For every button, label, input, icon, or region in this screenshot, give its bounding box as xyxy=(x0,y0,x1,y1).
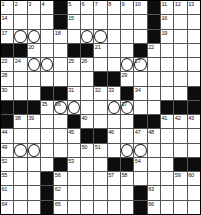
cell-0-10[interactable]: 10 xyxy=(134,1,146,14)
crossword-page: 1234567891011121314151617181920212223242… xyxy=(0,0,201,215)
cell-8-6[interactable]: 40 xyxy=(81,115,93,128)
clue-number: 30 xyxy=(2,87,8,93)
black-cell-11-13 xyxy=(174,158,186,171)
cell-5-5[interactable] xyxy=(68,72,80,85)
cell-7-11[interactable] xyxy=(148,101,160,114)
cell-1-8[interactable] xyxy=(108,15,120,28)
cell-1-9[interactable] xyxy=(121,15,133,28)
cell-14-12[interactable] xyxy=(161,201,173,214)
black-cell-9-7 xyxy=(94,129,106,142)
cell-13-8[interactable] xyxy=(108,186,120,199)
clue-number: 54 xyxy=(135,158,141,164)
clue-number: 12 xyxy=(175,1,181,7)
cell-14-1[interactable] xyxy=(14,201,26,214)
cell-6-1[interactable] xyxy=(14,87,26,100)
cell-11-5[interactable]: 53 xyxy=(68,158,80,171)
black-cell-7-2 xyxy=(28,101,40,114)
clue-number: 58 xyxy=(121,172,127,178)
cell-13-0[interactable]: 61 xyxy=(1,186,13,199)
cell-1-2[interactable] xyxy=(28,15,40,28)
clue-number: 48 xyxy=(148,129,154,135)
black-cell-6-4 xyxy=(54,87,66,100)
black-cell-3-6 xyxy=(81,44,93,57)
cell-0-9[interactable]: 9 xyxy=(121,1,133,14)
cell-12-11[interactable] xyxy=(148,172,160,185)
cell-2-12[interactable]: 19 xyxy=(161,30,173,43)
cell-5-13[interactable] xyxy=(174,72,186,85)
clue-number: 24 xyxy=(15,58,21,64)
cell-3-8[interactable] xyxy=(108,44,120,57)
cell-8-2[interactable]: 39 xyxy=(28,115,40,128)
cell-14-0[interactable]: 64 xyxy=(1,201,13,214)
cell-3-12[interactable] xyxy=(161,44,173,57)
clue-number: 47 xyxy=(135,129,141,135)
clue-number: 41 xyxy=(161,115,167,121)
circle-marker xyxy=(134,58,146,71)
cell-13-2[interactable] xyxy=(28,186,40,199)
black-cell-11-9 xyxy=(121,158,133,171)
cell-12-1[interactable] xyxy=(14,172,26,185)
circle-marker xyxy=(28,30,40,43)
cell-13-1[interactable] xyxy=(14,186,26,199)
cell-3-13[interactable] xyxy=(174,44,186,57)
cell-8-1[interactable]: 38 xyxy=(14,115,26,128)
cell-10-2[interactable] xyxy=(28,144,40,157)
clue-number: 35 xyxy=(41,101,47,107)
cell-9-14[interactable] xyxy=(188,129,200,142)
cell-1-0[interactable]: 14 xyxy=(1,15,13,28)
cell-9-3[interactable] xyxy=(41,129,53,142)
cell-10-4[interactable] xyxy=(54,144,66,157)
cell-1-6[interactable] xyxy=(81,15,93,28)
cell-13-9[interactable] xyxy=(121,186,133,199)
clue-number: 13 xyxy=(188,1,194,7)
cell-0-8[interactable]: 8 xyxy=(108,1,120,14)
cell-5-4[interactable] xyxy=(54,72,66,85)
cell-14-13[interactable] xyxy=(174,201,186,214)
cell-6-6[interactable] xyxy=(81,87,93,100)
circle-marker xyxy=(54,101,66,114)
cell-12-13[interactable]: 59 xyxy=(174,172,186,185)
cell-2-14[interactable] xyxy=(188,30,200,43)
cell-4-11[interactable] xyxy=(148,58,160,71)
clue-number: 55 xyxy=(2,172,8,178)
black-cell-5-8 xyxy=(108,72,120,85)
clue-number: 9 xyxy=(121,1,124,7)
cell-9-2[interactable] xyxy=(28,129,40,142)
clue-number: 38 xyxy=(15,115,21,121)
cell-5-14[interactable] xyxy=(188,72,200,85)
cell-0-12[interactable]: 11 xyxy=(161,1,173,14)
cell-12-9[interactable]: 58 xyxy=(121,172,133,185)
cell-3-14[interactable] xyxy=(188,44,200,57)
clue-number: 23 xyxy=(2,58,8,64)
cell-5-0[interactable]: 28 xyxy=(1,72,13,85)
cell-11-1[interactable] xyxy=(14,158,26,171)
cell-2-9[interactable] xyxy=(121,30,133,43)
black-cell-9-6 xyxy=(81,129,93,142)
cell-3-2[interactable]: 20 xyxy=(28,44,40,57)
clue-number: 57 xyxy=(108,172,114,178)
cell-14-2[interactable] xyxy=(28,201,40,214)
cell-0-5[interactable]: 5 xyxy=(68,1,80,14)
cell-13-6[interactable] xyxy=(81,186,93,199)
black-cell-7-13 xyxy=(174,101,186,114)
cell-2-1[interactable] xyxy=(14,30,26,43)
cell-5-10[interactable] xyxy=(134,72,146,85)
cell-4-14[interactable] xyxy=(188,58,200,71)
clue-number: 4 xyxy=(41,1,44,7)
cell-14-5[interactable] xyxy=(68,201,80,214)
cell-6-8[interactable]: 33 xyxy=(108,87,120,100)
cell-14-11[interactable]: 66 xyxy=(148,201,160,214)
cell-10-6[interactable]: 50 xyxy=(81,144,93,157)
black-cell-0-4 xyxy=(54,1,66,14)
cell-13-12[interactable] xyxy=(161,186,173,199)
cell-0-14[interactable]: 13 xyxy=(188,1,200,14)
cell-4-1[interactable]: 24 xyxy=(14,58,26,71)
cell-7-7[interactable] xyxy=(94,101,106,114)
cell-12-4[interactable]: 56 xyxy=(54,172,66,185)
clue-number: 42 xyxy=(175,115,181,121)
cell-10-10[interactable] xyxy=(134,144,146,157)
circle-marker xyxy=(68,101,80,114)
clue-number: 66 xyxy=(148,201,154,207)
cell-9-8[interactable]: 46 xyxy=(108,129,120,142)
cell-5-1[interactable] xyxy=(14,72,26,85)
clue-number: 46 xyxy=(108,129,114,135)
cell-12-0[interactable]: 55 xyxy=(1,172,13,185)
black-cell-8-5 xyxy=(68,115,80,128)
cell-8-4[interactable] xyxy=(54,115,66,128)
clue-number: 17 xyxy=(2,30,8,36)
cell-10-3[interactable] xyxy=(41,144,53,157)
cell-4-2[interactable] xyxy=(28,58,40,71)
cell-7-3[interactable]: 35 xyxy=(41,101,53,114)
circle-marker xyxy=(28,144,40,157)
clue-number: 31 xyxy=(68,87,74,93)
cell-9-11[interactable]: 48 xyxy=(148,129,160,142)
cell-4-12[interactable] xyxy=(161,58,173,71)
cell-9-5[interactable]: 45 xyxy=(68,129,80,142)
cell-9-4[interactable] xyxy=(54,129,66,142)
cell-8-14[interactable]: 43 xyxy=(188,115,200,128)
cell-14-9[interactable] xyxy=(121,201,133,214)
cell-10-9[interactable] xyxy=(121,144,133,157)
black-cell-6-14 xyxy=(188,87,200,100)
cell-9-9[interactable] xyxy=(121,129,133,142)
cell-1-3[interactable] xyxy=(41,15,53,28)
cell-11-2[interactable] xyxy=(28,158,40,171)
clue-number: 63 xyxy=(148,186,154,192)
clue-number: 61 xyxy=(2,186,8,192)
cell-9-12[interactable] xyxy=(161,129,173,142)
cell-1-5[interactable]: 15 xyxy=(68,15,80,28)
cell-6-13[interactable] xyxy=(174,87,186,100)
clue-number: 64 xyxy=(2,201,8,207)
cell-12-14[interactable]: 60 xyxy=(188,172,200,185)
clue-number: 44 xyxy=(2,129,8,135)
black-cell-11-4 xyxy=(54,158,66,171)
clue-number: 50 xyxy=(81,144,87,150)
cell-0-2[interactable]: 3 xyxy=(28,1,40,14)
clue-number: 7 xyxy=(95,1,98,7)
clue-number: 29 xyxy=(121,72,127,78)
clue-number: 5 xyxy=(68,1,71,7)
black-cell-13-3 xyxy=(41,186,53,199)
cell-4-8[interactable] xyxy=(108,58,120,71)
cell-0-1[interactable]: 2 xyxy=(14,1,26,14)
clue-number: 10 xyxy=(135,1,141,7)
cell-3-9[interactable] xyxy=(121,44,133,57)
clue-number: 11 xyxy=(161,1,166,7)
cell-14-4[interactable]: 65 xyxy=(54,201,66,214)
black-cell-8-11 xyxy=(148,115,160,128)
cell-7-4[interactable]: 36 xyxy=(54,101,66,114)
cell-8-8[interactable] xyxy=(108,115,120,128)
black-cell-7-0 xyxy=(1,101,13,114)
cell-2-7[interactable] xyxy=(94,30,106,43)
black-cell-7-14 xyxy=(188,101,200,114)
circle-marker xyxy=(121,101,133,114)
cell-7-8[interactable] xyxy=(108,101,120,114)
cell-2-3[interactable] xyxy=(41,30,53,43)
cell-12-7[interactable] xyxy=(94,172,106,185)
cell-1-10[interactable] xyxy=(134,15,146,28)
cell-4-6[interactable]: 26 xyxy=(81,58,93,71)
cell-1-14[interactable] xyxy=(188,15,200,28)
black-cell-8-0 xyxy=(1,115,13,128)
cell-12-2[interactable] xyxy=(28,172,40,185)
cell-1-13[interactable] xyxy=(174,15,186,28)
clue-number: 15 xyxy=(68,15,74,21)
cell-12-5[interactable] xyxy=(68,172,80,185)
cell-3-7[interactable]: 21 xyxy=(94,44,106,57)
cell-13-4[interactable]: 62 xyxy=(54,186,66,199)
cell-6-12[interactable] xyxy=(161,87,173,100)
black-cell-6-9 xyxy=(121,87,133,100)
cell-14-7[interactable] xyxy=(94,201,106,214)
black-cell-1-4 xyxy=(54,15,66,28)
clue-number: 8 xyxy=(108,1,111,7)
cell-11-10[interactable]: 54 xyxy=(134,158,146,171)
clue-number: 26 xyxy=(81,58,87,64)
cell-5-11[interactable] xyxy=(148,72,160,85)
clue-number: 16 xyxy=(161,15,167,21)
cell-0-3[interactable]: 4 xyxy=(41,1,53,14)
cell-10-7[interactable]: 51 xyxy=(94,144,106,157)
cell-3-4[interactable] xyxy=(54,44,66,57)
clue-number: 18 xyxy=(55,30,61,36)
circle-marker xyxy=(108,101,120,114)
black-cell-11-14 xyxy=(188,158,200,171)
cell-11-0[interactable]: 52 xyxy=(1,158,13,171)
cell-8-12[interactable]: 41 xyxy=(161,115,173,128)
black-cell-2-11 xyxy=(148,30,160,43)
clue-number: 43 xyxy=(188,115,194,121)
cell-0-6[interactable]: 6 xyxy=(81,1,93,14)
cell-11-12[interactable] xyxy=(161,158,173,171)
cell-8-7[interactable] xyxy=(94,115,106,128)
cell-2-4[interactable]: 18 xyxy=(54,30,66,43)
clue-number: 56 xyxy=(55,172,61,178)
cell-2-10[interactable] xyxy=(134,30,146,43)
cell-9-1[interactable] xyxy=(14,129,26,142)
clue-number: 14 xyxy=(2,15,8,21)
cell-11-6[interactable] xyxy=(81,158,93,171)
cell-5-9[interactable]: 29 xyxy=(121,72,133,85)
clue-number: 28 xyxy=(2,72,8,78)
cell-13-5[interactable] xyxy=(68,186,80,199)
clue-number: 34 xyxy=(135,87,141,93)
black-cell-3-0 xyxy=(1,44,13,57)
cell-7-9[interactable]: 37 xyxy=(121,101,133,114)
cell-11-3[interactable] xyxy=(41,158,53,171)
clue-number: 40 xyxy=(81,115,87,121)
cell-6-2[interactable] xyxy=(28,87,40,100)
black-cell-5-7 xyxy=(94,72,106,85)
cell-2-5[interactable] xyxy=(68,30,80,43)
cell-11-11[interactable] xyxy=(148,158,160,171)
cell-9-10[interactable]: 47 xyxy=(134,129,146,142)
cell-9-13[interactable] xyxy=(174,129,186,142)
cell-2-8[interactable] xyxy=(108,30,120,43)
cell-10-5[interactable] xyxy=(68,144,80,157)
clue-number: 65 xyxy=(55,201,61,207)
circle-marker xyxy=(14,144,26,157)
black-cell-14-3 xyxy=(41,201,53,214)
black-cell-13-10 xyxy=(134,186,146,199)
cell-8-13[interactable]: 42 xyxy=(174,115,186,128)
cell-10-0[interactable]: 49 xyxy=(1,144,13,157)
circle-marker xyxy=(94,30,106,43)
black-cell-7-12 xyxy=(161,101,173,114)
cell-5-3[interactable] xyxy=(41,72,53,85)
cell-1-12[interactable]: 16 xyxy=(161,15,173,28)
clue-number: 45 xyxy=(68,129,74,135)
cell-1-7[interactable] xyxy=(94,15,106,28)
clue-number: 32 xyxy=(95,87,101,93)
cell-10-8[interactable] xyxy=(108,144,120,157)
cell-2-13[interactable] xyxy=(174,30,186,43)
cell-13-11[interactable]: 63 xyxy=(148,186,160,199)
circle-marker xyxy=(41,58,53,71)
clue-number: 22 xyxy=(148,44,154,50)
black-cell-3-1 xyxy=(14,44,26,57)
cell-6-10[interactable]: 34 xyxy=(134,87,146,100)
cell-5-12[interactable] xyxy=(161,72,173,85)
cell-4-13[interactable] xyxy=(174,58,186,71)
clue-number: 2 xyxy=(15,1,18,7)
clue-number: 3 xyxy=(28,1,31,7)
cell-14-14[interactable] xyxy=(188,201,200,214)
cell-10-14[interactable] xyxy=(188,144,200,157)
clue-number: 21 xyxy=(95,44,101,50)
clue-number: 60 xyxy=(188,172,194,178)
circle-marker xyxy=(134,144,146,157)
cell-0-7[interactable]: 7 xyxy=(94,1,106,14)
black-cell-12-3 xyxy=(41,172,53,185)
clue-number: 51 xyxy=(95,144,101,150)
clue-number: 19 xyxy=(161,30,167,36)
circle-marker xyxy=(121,58,133,71)
cell-11-7[interactable] xyxy=(94,158,106,171)
cell-4-0[interactable]: 23 xyxy=(1,58,13,71)
cell-5-6[interactable] xyxy=(81,72,93,85)
cell-1-1[interactable] xyxy=(14,15,26,28)
cell-8-3[interactable] xyxy=(41,115,53,128)
clue-number: 53 xyxy=(68,158,74,164)
clue-number: 6 xyxy=(81,1,84,7)
cell-5-2[interactable] xyxy=(28,72,40,85)
crossword-grid: 1234567891011121314151617181920212223242… xyxy=(0,0,201,215)
cell-0-13[interactable]: 12 xyxy=(174,1,186,14)
clue-number: 20 xyxy=(28,44,34,50)
cell-2-0[interactable]: 17 xyxy=(1,30,13,43)
cell-13-7[interactable] xyxy=(94,186,106,199)
cell-12-12[interactable] xyxy=(161,172,173,185)
black-cell-6-3 xyxy=(41,87,53,100)
clue-number: 1 xyxy=(2,1,5,7)
cell-3-3[interactable] xyxy=(41,44,53,57)
cell-14-8[interactable] xyxy=(108,201,120,214)
cell-4-4[interactable] xyxy=(54,58,66,71)
circle-marker xyxy=(81,30,93,43)
cell-10-1[interactable] xyxy=(14,144,26,157)
cell-12-8[interactable]: 57 xyxy=(108,172,120,185)
cell-7-10[interactable] xyxy=(134,101,146,114)
cell-6-7[interactable]: 32 xyxy=(94,87,106,100)
black-cell-1-11 xyxy=(148,15,160,28)
cell-6-0[interactable]: 30 xyxy=(1,87,13,100)
clue-number: 49 xyxy=(2,144,8,150)
cell-3-11[interactable]: 22 xyxy=(148,44,160,57)
cell-0-0[interactable]: 1 xyxy=(1,1,13,14)
cell-6-11[interactable] xyxy=(148,87,160,100)
cell-12-10[interactable] xyxy=(134,172,146,185)
cell-10-12[interactable] xyxy=(161,144,173,157)
cell-12-6[interactable] xyxy=(81,172,93,185)
clue-number: 62 xyxy=(55,186,61,192)
cell-2-6[interactable] xyxy=(81,30,93,43)
cell-10-11[interactable] xyxy=(148,144,160,157)
circle-marker xyxy=(121,144,133,157)
cell-4-10[interactable]: 27 xyxy=(134,58,146,71)
cell-13-13[interactable] xyxy=(174,186,186,199)
cell-7-6[interactable] xyxy=(81,101,93,114)
cell-4-5[interactable]: 25 xyxy=(68,58,80,71)
circle-marker xyxy=(14,30,26,43)
cell-10-13[interactable] xyxy=(174,144,186,157)
cell-14-6[interactable] xyxy=(81,201,93,214)
clue-number: 25 xyxy=(68,58,74,64)
black-cell-11-8 xyxy=(108,158,120,171)
cell-6-5[interactable]: 31 xyxy=(68,87,80,100)
cell-8-9[interactable] xyxy=(121,115,133,128)
cell-4-7[interactable] xyxy=(94,58,106,71)
cell-4-9[interactable] xyxy=(121,58,133,71)
clue-number: 52 xyxy=(2,158,8,164)
cell-9-0[interactable]: 44 xyxy=(1,129,13,142)
cell-7-5[interactable] xyxy=(68,101,80,114)
black-cell-8-10 xyxy=(134,115,146,128)
cell-4-3[interactable] xyxy=(41,58,53,71)
cell-2-2[interactable] xyxy=(28,30,40,43)
black-cell-0-11 xyxy=(148,1,160,14)
circle-marker xyxy=(28,58,40,71)
cell-13-14[interactable] xyxy=(188,186,200,199)
black-cell-3-5 xyxy=(68,44,80,57)
